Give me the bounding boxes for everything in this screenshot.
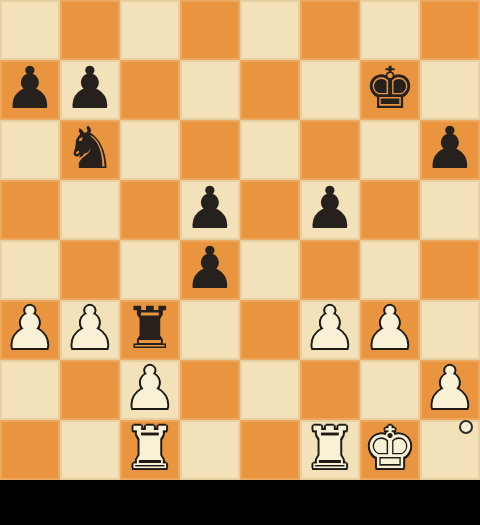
square-a7[interactable]: ♟ bbox=[0, 60, 60, 120]
square-a5[interactable] bbox=[0, 180, 60, 240]
black-pawn[interactable]: ♟ bbox=[304, 178, 356, 238]
white-rook[interactable]: ♜ bbox=[304, 418, 356, 478]
white-pawn[interactable]: ♟ bbox=[304, 298, 356, 358]
square-d6[interactable] bbox=[180, 120, 240, 180]
white-pawn[interactable]: ♟ bbox=[424, 358, 476, 418]
square-g1[interactable]: ♚ bbox=[360, 420, 420, 480]
square-e2[interactable] bbox=[240, 360, 300, 420]
square-c2[interactable]: ♟ bbox=[120, 360, 180, 420]
square-d3[interactable] bbox=[180, 300, 240, 360]
white-pawn[interactable]: ♟ bbox=[124, 358, 176, 418]
square-c4[interactable] bbox=[120, 240, 180, 300]
square-h3[interactable] bbox=[420, 300, 480, 360]
square-f2[interactable] bbox=[300, 360, 360, 420]
square-e8[interactable] bbox=[240, 0, 300, 60]
black-knight[interactable]: ♞ bbox=[64, 118, 116, 178]
square-f6[interactable] bbox=[300, 120, 360, 180]
square-e6[interactable] bbox=[240, 120, 300, 180]
square-c5[interactable] bbox=[120, 180, 180, 240]
square-b7[interactable]: ♟ bbox=[60, 60, 120, 120]
square-f8[interactable] bbox=[300, 0, 360, 60]
white-rook[interactable]: ♜ bbox=[124, 418, 176, 478]
white-pawn[interactable]: ♟ bbox=[364, 298, 416, 358]
square-e1[interactable] bbox=[240, 420, 300, 480]
square-e4[interactable] bbox=[240, 240, 300, 300]
black-pawn[interactable]: ♟ bbox=[184, 178, 236, 238]
square-c6[interactable] bbox=[120, 120, 180, 180]
black-pawn[interactable]: ♟ bbox=[424, 118, 476, 178]
square-h7[interactable] bbox=[420, 60, 480, 120]
square-f7[interactable] bbox=[300, 60, 360, 120]
square-c8[interactable] bbox=[120, 0, 180, 60]
square-d1[interactable] bbox=[180, 420, 240, 480]
square-c3[interactable]: ♜ bbox=[120, 300, 180, 360]
black-rook[interactable]: ♜ bbox=[124, 298, 176, 358]
square-a6[interactable] bbox=[0, 120, 60, 180]
square-b5[interactable] bbox=[60, 180, 120, 240]
square-a3[interactable]: ♟ bbox=[0, 300, 60, 360]
black-pawn[interactable]: ♟ bbox=[184, 238, 236, 298]
square-h8[interactable] bbox=[420, 0, 480, 60]
black-pawn[interactable]: ♟ bbox=[64, 58, 116, 118]
square-h5[interactable] bbox=[420, 180, 480, 240]
square-d5[interactable]: ♟ bbox=[180, 180, 240, 240]
square-g8[interactable] bbox=[360, 0, 420, 60]
square-a1[interactable] bbox=[0, 420, 60, 480]
white-pawn[interactable]: ♟ bbox=[4, 298, 56, 358]
black-king[interactable]: ♚ bbox=[364, 58, 416, 118]
square-b6[interactable]: ♞ bbox=[60, 120, 120, 180]
square-c7[interactable] bbox=[120, 60, 180, 120]
square-b8[interactable] bbox=[60, 0, 120, 60]
square-g2[interactable] bbox=[360, 360, 420, 420]
square-g5[interactable] bbox=[360, 180, 420, 240]
square-d2[interactable] bbox=[180, 360, 240, 420]
move-indicator-dot bbox=[459, 420, 473, 434]
square-c1[interactable]: ♜ bbox=[120, 420, 180, 480]
square-d4[interactable]: ♟ bbox=[180, 240, 240, 300]
square-g4[interactable] bbox=[360, 240, 420, 300]
square-f1[interactable]: ♜ bbox=[300, 420, 360, 480]
square-e5[interactable] bbox=[240, 180, 300, 240]
white-pawn[interactable]: ♟ bbox=[64, 298, 116, 358]
square-f5[interactable]: ♟ bbox=[300, 180, 360, 240]
square-h2[interactable]: ♟ bbox=[420, 360, 480, 420]
bottom-bar bbox=[0, 480, 480, 525]
square-b3[interactable]: ♟ bbox=[60, 300, 120, 360]
square-d8[interactable] bbox=[180, 0, 240, 60]
chess-board[interactable]: ♟♟♚♞♟♟♟♟♟♟♜♟♟♟♟♜♜♚ bbox=[0, 0, 480, 480]
square-g6[interactable] bbox=[360, 120, 420, 180]
square-e7[interactable] bbox=[240, 60, 300, 120]
square-b2[interactable] bbox=[60, 360, 120, 420]
square-a2[interactable] bbox=[0, 360, 60, 420]
square-f3[interactable]: ♟ bbox=[300, 300, 360, 360]
square-b4[interactable] bbox=[60, 240, 120, 300]
square-b1[interactable] bbox=[60, 420, 120, 480]
white-king[interactable]: ♚ bbox=[364, 418, 416, 478]
square-e3[interactable] bbox=[240, 300, 300, 360]
black-pawn[interactable]: ♟ bbox=[4, 58, 56, 118]
chess-app: ♟♟♚♞♟♟♟♟♟♟♜♟♟♟♟♜♜♚ bbox=[0, 0, 480, 525]
square-h6[interactable]: ♟ bbox=[420, 120, 480, 180]
square-a4[interactable] bbox=[0, 240, 60, 300]
square-g7[interactable]: ♚ bbox=[360, 60, 420, 120]
square-g3[interactable]: ♟ bbox=[360, 300, 420, 360]
square-f4[interactable] bbox=[300, 240, 360, 300]
square-d7[interactable] bbox=[180, 60, 240, 120]
square-a8[interactable] bbox=[0, 0, 60, 60]
square-h4[interactable] bbox=[420, 240, 480, 300]
